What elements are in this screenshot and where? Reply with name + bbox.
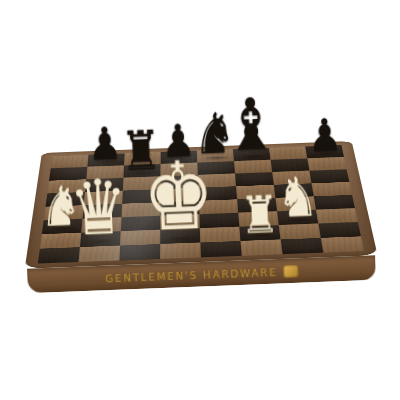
chess-product-scene: ♟♟♞♝♟♜♞♞♛♚♜ GENTLEMEN'S HARDWARE bbox=[0, 0, 400, 400]
square-f1[interactable] bbox=[241, 239, 283, 255]
white-king-d2[interactable]: ♚ bbox=[141, 148, 216, 244]
square-g2[interactable] bbox=[279, 224, 321, 240]
chess-board: ♟♟♞♝♟♜♞♞♛♚♜ GENTLEMEN'S HARDWARE bbox=[42, 141, 358, 323]
square-g1[interactable] bbox=[281, 238, 324, 254]
gold-crest-icon bbox=[283, 265, 298, 278]
square-h1[interactable] bbox=[321, 236, 364, 252]
white-rook-f2[interactable]: ♜ bbox=[239, 188, 280, 241]
square-a1[interactable] bbox=[38, 247, 80, 263]
square-c1[interactable] bbox=[119, 244, 160, 260]
square-d2[interactable]: ♚ bbox=[160, 228, 200, 244]
board-top-surface: ♟♟♞♝♟♜♞♞♛♚♜ GENTLEMEN'S HARDWARE bbox=[25, 141, 378, 269]
board-frame: ♟♟♞♝♟♜♞♞♛♚♜ bbox=[25, 141, 378, 269]
black-bishop-f8[interactable]: ♝ bbox=[222, 88, 279, 161]
white-knight-g3[interactable]: ♞ bbox=[276, 169, 320, 225]
square-h2[interactable] bbox=[318, 222, 361, 238]
square-b2[interactable]: ♛ bbox=[80, 231, 121, 247]
board-grid: ♟♟♞♝♟♜♞♞♛♚♜ bbox=[38, 145, 364, 263]
square-f8[interactable]: ♝ bbox=[233, 148, 271, 161]
brand-engraving: GENTLEMEN'S HARDWARE bbox=[105, 266, 278, 284]
square-f2[interactable]: ♜ bbox=[239, 225, 280, 241]
black-pawn-h8[interactable]: ♟ bbox=[307, 112, 343, 158]
square-h3[interactable] bbox=[316, 208, 358, 223]
square-d1[interactable] bbox=[160, 243, 201, 259]
square-g3[interactable]: ♞ bbox=[277, 210, 318, 225]
black-pawn-b8[interactable]: ♟ bbox=[87, 121, 123, 167]
square-b1[interactable] bbox=[79, 246, 120, 262]
square-h8[interactable]: ♟ bbox=[305, 145, 344, 158]
board-perspective-wrap: ♟♟♞♝♟♜♞♞♛♚♜ GENTLEMEN'S HARDWARE bbox=[42, 141, 364, 400]
white-queen-b2[interactable]: ♛ bbox=[68, 169, 129, 247]
square-e1[interactable] bbox=[200, 241, 241, 257]
